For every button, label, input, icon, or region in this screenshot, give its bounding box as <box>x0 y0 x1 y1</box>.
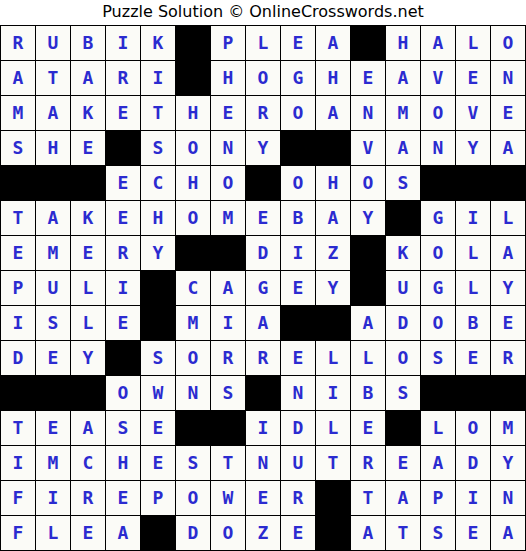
grid-cell: E <box>386 446 420 480</box>
grid-cell: Y <box>71 341 105 375</box>
black-cell <box>421 166 455 200</box>
grid-cell: O <box>456 411 490 445</box>
grid-cell: Y <box>491 446 525 480</box>
grid-cell: L <box>246 26 280 60</box>
grid-cell: H <box>386 26 420 60</box>
grid-cell: E <box>141 411 175 445</box>
grid-cell: E <box>281 271 315 305</box>
grid-cell: N <box>421 131 455 165</box>
grid-cell: A <box>36 96 70 130</box>
grid-cell: L <box>316 341 350 375</box>
grid-cell: H <box>211 61 245 95</box>
black-cell <box>1 376 35 410</box>
grid-cell: E <box>106 96 140 130</box>
grid-cell: E <box>491 306 525 340</box>
grid-cell: P <box>421 481 455 515</box>
grid-cell: C <box>71 446 105 480</box>
grid-cell: E <box>351 61 385 95</box>
grid-cell: E <box>106 481 140 515</box>
grid-cell: I <box>211 306 245 340</box>
grid-cell: E <box>456 61 490 95</box>
grid-cell: M <box>36 236 70 270</box>
black-cell <box>141 306 175 340</box>
grid-cell: O <box>176 131 210 165</box>
grid-cell: O <box>281 96 315 130</box>
grid-cell: V <box>456 96 490 130</box>
grid-cell: H <box>316 61 350 95</box>
grid-cell: E <box>246 201 280 235</box>
grid-cell: V <box>421 61 455 95</box>
grid-cell: G <box>246 271 280 305</box>
grid-cell: A <box>491 131 525 165</box>
grid-cell: E <box>71 236 105 270</box>
grid-cell: M <box>176 306 210 340</box>
grid-cell: R <box>246 341 280 375</box>
grid-cell: T <box>211 446 245 480</box>
grid-cell: O <box>211 166 245 200</box>
black-cell <box>491 376 525 410</box>
grid-cell: D <box>386 306 420 340</box>
grid-cell: O <box>491 26 525 60</box>
crossword-grid: RUBIKPLEAHALOATARIHOGHEAVENMAKETHEROANMO… <box>0 25 526 551</box>
grid-cell: O <box>351 166 385 200</box>
grid-cell: W <box>141 376 175 410</box>
grid-cell: H <box>36 131 70 165</box>
grid-cell: R <box>211 341 245 375</box>
black-cell <box>71 376 105 410</box>
grid-cell: T <box>351 481 385 515</box>
grid-cell: U <box>36 271 70 305</box>
grid-cell: O <box>421 236 455 270</box>
grid-cell: I <box>246 411 280 445</box>
grid-cell: M <box>386 96 420 130</box>
grid-cell: N <box>281 376 315 410</box>
black-cell <box>176 236 210 270</box>
grid-cell: A <box>491 236 525 270</box>
grid-cell: A <box>211 271 245 305</box>
black-cell <box>491 166 525 200</box>
grid-cell: I <box>36 481 70 515</box>
grid-cell: A <box>36 201 70 235</box>
grid-cell: L <box>456 271 490 305</box>
grid-cell: L <box>491 201 525 235</box>
black-cell <box>316 306 350 340</box>
black-cell <box>456 376 490 410</box>
grid-cell: H <box>316 166 350 200</box>
grid-cell: A <box>1 61 35 95</box>
black-cell <box>316 516 350 550</box>
grid-cell: L <box>456 26 490 60</box>
black-cell <box>176 61 210 95</box>
grid-cell: O <box>246 61 280 95</box>
grid-cell: N <box>351 96 385 130</box>
grid-cell: D <box>281 411 315 445</box>
grid-cell: I <box>281 236 315 270</box>
grid-cell: O <box>176 201 210 235</box>
grid-cell: E <box>281 341 315 375</box>
grid-cell: M <box>211 201 245 235</box>
grid-cell: O <box>386 341 420 375</box>
grid-cell: S <box>1 131 35 165</box>
grid-cell: E <box>141 446 175 480</box>
grid-cell: Z <box>246 516 280 550</box>
grid-cell: S <box>211 376 245 410</box>
grid-cell: E <box>351 411 385 445</box>
grid-cell: R <box>71 481 105 515</box>
grid-cell: F <box>1 516 35 550</box>
black-cell <box>316 481 350 515</box>
grid-cell: I <box>106 26 140 60</box>
grid-cell: F <box>1 481 35 515</box>
grid-cell: I <box>456 481 490 515</box>
black-cell <box>281 131 315 165</box>
grid-cell: G <box>421 201 455 235</box>
grid-cell: R <box>246 96 280 130</box>
grid-cell: E <box>281 516 315 550</box>
grid-cell: B <box>351 376 385 410</box>
grid-cell: A <box>106 516 140 550</box>
page-title: Puzzle Solution © OnlineCrosswords.net <box>0 0 526 25</box>
grid-cell: D <box>1 341 35 375</box>
grid-cell: H <box>106 446 140 480</box>
grid-cell: A <box>386 61 420 95</box>
grid-cell: L <box>36 516 70 550</box>
grid-cell: T <box>36 61 70 95</box>
grid-cell: A <box>246 306 280 340</box>
grid-cell: A <box>421 26 455 60</box>
grid-cell: T <box>1 411 35 445</box>
black-cell <box>211 411 245 445</box>
grid-cell: O <box>211 516 245 550</box>
black-cell <box>1 166 35 200</box>
grid-cell: N <box>491 61 525 95</box>
grid-cell: I <box>1 306 35 340</box>
grid-cell: S <box>36 306 70 340</box>
black-cell <box>176 26 210 60</box>
grid-cell: P <box>1 271 35 305</box>
grid-cell: B <box>71 26 105 60</box>
grid-cell: Y <box>491 271 525 305</box>
grid-cell: E <box>456 341 490 375</box>
black-cell <box>386 201 420 235</box>
grid-cell: E <box>1 236 35 270</box>
grid-cell: T <box>141 96 175 130</box>
grid-cell: S <box>141 131 175 165</box>
grid-cell: K <box>141 26 175 60</box>
grid-cell: I <box>141 61 175 95</box>
grid-cell: A <box>316 96 350 130</box>
grid-cell: S <box>386 166 420 200</box>
grid-cell: Y <box>141 236 175 270</box>
grid-cell: I <box>316 376 350 410</box>
black-cell <box>106 131 140 165</box>
grid-cell: A <box>316 201 350 235</box>
grid-cell: G <box>281 61 315 95</box>
grid-cell: A <box>71 61 105 95</box>
grid-cell: L <box>421 411 455 445</box>
grid-cell: R <box>1 26 35 60</box>
grid-cell: T <box>316 446 350 480</box>
grid-cell: T <box>1 201 35 235</box>
grid-cell: S <box>106 411 140 445</box>
grid-cell: L <box>351 341 385 375</box>
grid-cell: E <box>36 341 70 375</box>
grid-cell: L <box>71 271 105 305</box>
grid-cell: E <box>71 131 105 165</box>
grid-cell: B <box>456 306 490 340</box>
grid-cell: O <box>421 306 455 340</box>
grid-cell: O <box>106 376 140 410</box>
black-cell <box>281 306 315 340</box>
black-cell <box>36 376 70 410</box>
grid-cell: A <box>386 131 420 165</box>
grid-cell: E <box>106 166 140 200</box>
grid-cell: E <box>36 411 70 445</box>
grid-cell: U <box>36 26 70 60</box>
grid-cell: P <box>141 481 175 515</box>
grid-cell: D <box>246 236 280 270</box>
grid-cell: R <box>351 446 385 480</box>
grid-cell: L <box>316 411 350 445</box>
grid-cell: A <box>351 306 385 340</box>
grid-cell: A <box>351 516 385 550</box>
grid-cell: R <box>491 341 525 375</box>
grid-cell: E <box>456 516 490 550</box>
grid-cell: Y <box>246 131 280 165</box>
grid-cell: S <box>141 341 175 375</box>
black-cell <box>351 236 385 270</box>
grid-cell: A <box>491 516 525 550</box>
black-cell <box>316 131 350 165</box>
grid-cell: V <box>351 131 385 165</box>
grid-cell: U <box>281 446 315 480</box>
grid-cell: O <box>421 96 455 130</box>
grid-cell: N <box>491 481 525 515</box>
grid-cell: A <box>316 26 350 60</box>
grid-cell: S <box>386 376 420 410</box>
grid-cell: G <box>421 271 455 305</box>
grid-cell: P <box>211 26 245 60</box>
black-cell <box>36 166 70 200</box>
grid-cell: O <box>176 481 210 515</box>
grid-cell: N <box>176 376 210 410</box>
grid-cell: D <box>456 446 490 480</box>
grid-cell: R <box>106 61 140 95</box>
grid-cell: Z <box>316 236 350 270</box>
black-cell <box>246 166 280 200</box>
black-cell <box>141 516 175 550</box>
black-cell <box>351 271 385 305</box>
black-cell <box>71 166 105 200</box>
grid-cell: M <box>491 411 525 445</box>
grid-cell: H <box>176 96 210 130</box>
grid-cell: S <box>176 446 210 480</box>
grid-cell: R <box>281 481 315 515</box>
grid-cell: Y <box>351 201 385 235</box>
black-cell <box>386 411 420 445</box>
grid-cell: I <box>456 201 490 235</box>
grid-cell: E <box>71 516 105 550</box>
grid-cell: S <box>421 516 455 550</box>
grid-cell: S <box>421 341 455 375</box>
grid-cell: E <box>106 306 140 340</box>
grid-cell: K <box>71 201 105 235</box>
grid-cell: I <box>1 446 35 480</box>
grid-cell: L <box>456 236 490 270</box>
grid-cell: B <box>281 201 315 235</box>
grid-cell: Y <box>456 131 490 165</box>
black-cell <box>211 236 245 270</box>
grid-cell: T <box>386 516 420 550</box>
grid-cell: W <box>211 481 245 515</box>
grid-cell: M <box>1 96 35 130</box>
black-cell <box>176 411 210 445</box>
grid-cell: C <box>176 271 210 305</box>
grid-cell: E <box>211 96 245 130</box>
grid-cell: N <box>246 446 280 480</box>
black-cell <box>246 376 280 410</box>
black-cell <box>106 341 140 375</box>
grid-cell: E <box>246 481 280 515</box>
grid-cell: E <box>281 26 315 60</box>
grid-cell: L <box>71 306 105 340</box>
grid-cell: U <box>386 271 420 305</box>
grid-cell: A <box>386 481 420 515</box>
grid-cell: D <box>176 516 210 550</box>
black-cell <box>456 166 490 200</box>
grid-cell: E <box>106 201 140 235</box>
grid-cell: C <box>141 166 175 200</box>
grid-cell: M <box>36 446 70 480</box>
grid-cell: A <box>71 411 105 445</box>
grid-cell: H <box>176 166 210 200</box>
grid-cell: O <box>176 341 210 375</box>
grid-cell: Y <box>316 271 350 305</box>
grid-cell: H <box>141 201 175 235</box>
grid-cell: K <box>71 96 105 130</box>
black-cell <box>421 376 455 410</box>
grid-cell: O <box>281 166 315 200</box>
black-cell <box>141 271 175 305</box>
grid-cell: A <box>421 446 455 480</box>
grid-cell: E <box>491 96 525 130</box>
grid-cell: I <box>106 271 140 305</box>
grid-cell: R <box>106 236 140 270</box>
grid-cell: N <box>211 131 245 165</box>
grid-cell: K <box>386 236 420 270</box>
black-cell <box>351 26 385 60</box>
